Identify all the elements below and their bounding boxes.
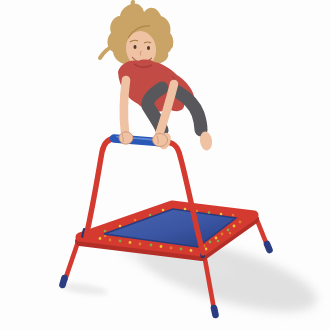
leg-foot-left xyxy=(63,278,65,285)
girl-arm-left xyxy=(124,80,126,132)
trampoline-scene xyxy=(0,0,330,330)
girl-hand-left xyxy=(119,132,133,144)
girl-hand-right xyxy=(153,134,168,147)
eye-left xyxy=(134,45,137,49)
leg-foot-right xyxy=(267,244,270,250)
eye-right xyxy=(147,46,150,50)
leg-foot-front xyxy=(214,308,216,315)
product-photo xyxy=(0,0,330,330)
